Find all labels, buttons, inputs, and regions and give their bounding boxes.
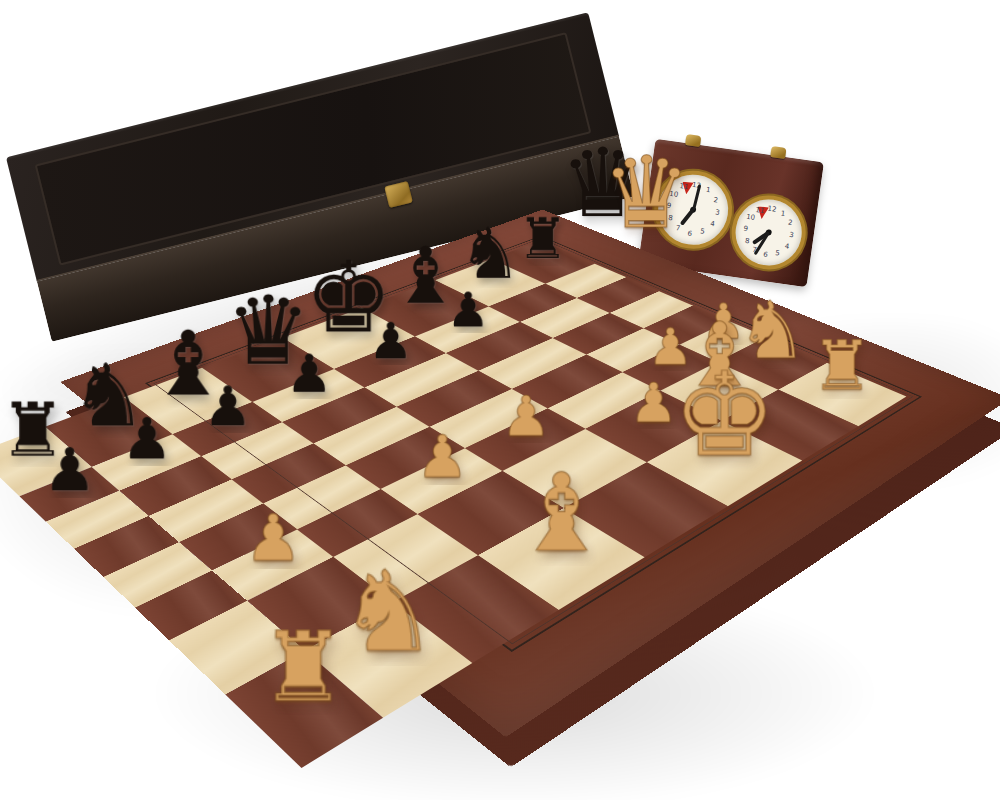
dial-numeral: 3 (715, 209, 720, 217)
piece-black-pawn: ♟ (43, 440, 96, 499)
piece-black-knight: ♞ (459, 219, 522, 289)
dial-numeral: 2 (713, 197, 718, 205)
dial-numeral: 3 (789, 232, 794, 240)
clock-dial-right: 123456789101112 (727, 191, 811, 275)
piece-white-knight: ♞ (338, 556, 438, 667)
piece-white-rook: ♜ (260, 619, 347, 716)
dial-numeral: 2 (787, 220, 792, 228)
piece-white-king: ♚ (672, 357, 776, 473)
dial-numeral: 10 (746, 214, 756, 222)
dial-numeral: 4 (710, 221, 715, 229)
dial-numeral: 6 (763, 252, 768, 260)
piece-white-pawn: ♟ (629, 376, 678, 430)
brass-clasp-icon (384, 181, 413, 208)
piece-white-queen-spare: ♛ (602, 143, 691, 242)
piece-white-pawn: ♟ (416, 427, 468, 485)
piece-white-rook: ♜ (811, 332, 872, 400)
dial-numeral: 9 (743, 225, 748, 233)
dial-numeral: 11 (755, 207, 765, 215)
piece-white-pawn: ♟ (244, 506, 301, 570)
clock-button-right (770, 146, 786, 159)
piece-black-pawn: ♟ (285, 347, 332, 399)
piece-white-pawn: ♟ (501, 389, 551, 444)
piece-black-pawn: ♟ (368, 316, 413, 366)
piece-white-bishop: ♝ (513, 460, 609, 567)
dial-numeral: 1 (780, 210, 785, 218)
playing-area: ♜♟♞♜♞♟♝♝♟♟♚♚♟♟♛♟♟♝♝♟♞♟♟♞♜♟♜ (160, 241, 906, 639)
dial-numeral: 4 (784, 243, 789, 251)
dial-numeral: 5 (700, 229, 705, 237)
piece-black-rook: ♜ (518, 211, 569, 267)
dial-numeral: 12 (767, 205, 777, 213)
dial-numeral: 5 (775, 250, 780, 258)
piece-black-pawn: ♟ (121, 410, 172, 467)
piece-black-pawn: ♟ (203, 379, 252, 434)
dial-numeral: 1 (705, 187, 710, 195)
board-grid: ♜♟♞♜♞♟♝♝♟♟♚♚♟♟♛♟♟♝♝♟♞♟♟♞♜♟♜ (160, 241, 906, 639)
dial-numeral: 8 (745, 237, 750, 245)
piece-black-pawn: ♟ (446, 286, 489, 334)
product-photo-scene: 123456789101112 123456789101112 ♛ ♛ ♜♟♞♜… (0, 0, 1000, 800)
